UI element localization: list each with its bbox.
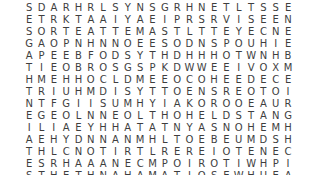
cell-r14c14[interactable]: I xyxy=(183,158,195,170)
cell-r13c7[interactable]: T xyxy=(97,146,109,158)
cell-r9c3[interactable]: F xyxy=(48,98,60,110)
cell-r10c1[interactable]: E xyxy=(23,110,35,122)
cell-r3c20[interactable]: C xyxy=(257,26,269,38)
cell-r10c7[interactable]: N xyxy=(97,110,109,122)
cell-r8c21[interactable]: O xyxy=(270,86,282,98)
cell-r1c19[interactable]: T xyxy=(245,2,257,14)
cell-r5c13[interactable]: D xyxy=(171,50,183,62)
cell-r11c4[interactable]: A xyxy=(60,122,72,134)
cell-r14c6[interactable]: A xyxy=(85,158,97,170)
cell-r1c11[interactable]: S xyxy=(146,2,158,14)
cell-r6c10[interactable]: S xyxy=(134,62,146,74)
cell-r7c3[interactable]: E xyxy=(48,74,60,86)
cell-r7c8[interactable]: L xyxy=(109,74,121,86)
cell-r5c14[interactable]: H xyxy=(183,50,195,62)
cell-r6c12[interactable]: K xyxy=(159,62,171,74)
cell-r7c19[interactable]: D xyxy=(245,74,257,86)
cell-r2c1[interactable]: E xyxy=(23,14,35,26)
cell-r4c7[interactable]: N xyxy=(97,38,109,50)
cell-r7c6[interactable]: O xyxy=(85,74,97,86)
cell-r15c9[interactable]: H xyxy=(122,170,134,175)
cell-r8c16[interactable]: S xyxy=(208,86,220,98)
cell-r9c1[interactable]: N xyxy=(23,98,35,110)
cell-r5c12[interactable]: H xyxy=(159,50,171,62)
cell-r7c4[interactable]: H xyxy=(60,74,72,86)
cell-r11c13[interactable]: N xyxy=(171,122,183,134)
cell-r11c8[interactable]: H xyxy=(109,122,121,134)
cell-r5c10[interactable]: Y xyxy=(134,50,146,62)
cell-r4c9[interactable]: O xyxy=(122,38,134,50)
cell-r12c5[interactable]: D xyxy=(72,134,84,146)
cell-r5c20[interactable]: N xyxy=(257,50,269,62)
cell-r10c5[interactable]: L xyxy=(72,110,84,122)
cell-r10c9[interactable]: O xyxy=(122,110,134,122)
cell-r4c11[interactable]: E xyxy=(146,38,158,50)
cell-r4c14[interactable]: D xyxy=(183,38,195,50)
cell-r2c18[interactable]: I xyxy=(233,14,245,26)
cell-r1c15[interactable]: N xyxy=(196,2,208,14)
cell-r5c15[interactable]: H xyxy=(196,50,208,62)
cell-r5c5[interactable]: B xyxy=(72,50,84,62)
cell-r9c18[interactable]: O xyxy=(233,98,245,110)
cell-r10c18[interactable]: S xyxy=(233,110,245,122)
cell-r14c18[interactable]: I xyxy=(233,158,245,170)
cell-r1c8[interactable]: S xyxy=(109,2,121,14)
cell-r2c3[interactable]: R xyxy=(48,14,60,26)
cell-r7c12[interactable]: E xyxy=(159,74,171,86)
cell-r10c10[interactable]: L xyxy=(134,110,146,122)
cell-r5c1[interactable]: A xyxy=(23,50,35,62)
cell-r1c17[interactable]: T xyxy=(220,2,232,14)
cell-r10c22[interactable]: G xyxy=(282,110,294,122)
cell-r11c16[interactable]: S xyxy=(208,122,220,134)
cell-r10c16[interactable]: L xyxy=(208,110,220,122)
cell-r15c6[interactable]: H xyxy=(85,170,97,175)
cell-r7c9[interactable]: D xyxy=(122,74,134,86)
cell-r7c2[interactable]: M xyxy=(35,74,47,86)
cell-r9c10[interactable]: H xyxy=(134,98,146,110)
cell-r12c9[interactable]: N xyxy=(122,134,134,146)
cell-r15c21[interactable]: E xyxy=(270,170,282,175)
cell-r5c2[interactable]: P xyxy=(35,50,47,62)
cell-r1c3[interactable]: A xyxy=(48,2,60,14)
cell-r7c18[interactable]: E xyxy=(233,74,245,86)
cell-r12c22[interactable]: H xyxy=(282,134,294,146)
cell-r15c10[interactable]: A xyxy=(134,170,146,175)
cell-r8c17[interactable]: R xyxy=(220,86,232,98)
cell-r9c14[interactable]: K xyxy=(183,98,195,110)
cell-r4c10[interactable]: E xyxy=(134,38,146,50)
cell-r4c22[interactable]: E xyxy=(282,38,294,50)
cell-r11c20[interactable]: E xyxy=(257,122,269,134)
cell-r4c16[interactable]: S xyxy=(208,38,220,50)
cell-r2c6[interactable]: A xyxy=(85,14,97,26)
cell-r15c4[interactable]: E xyxy=(60,170,72,175)
cell-r6c20[interactable]: O xyxy=(257,62,269,74)
cell-r1c12[interactable]: G xyxy=(159,2,171,14)
cell-r8c20[interactable]: T xyxy=(257,86,269,98)
cell-r2c20[interactable]: E xyxy=(257,14,269,26)
cell-r15c19[interactable]: H xyxy=(245,170,257,175)
cell-r1c4[interactable]: R xyxy=(60,2,72,14)
cell-r12c20[interactable]: D xyxy=(257,134,269,146)
cell-r5c17[interactable]: O xyxy=(220,50,232,62)
cell-r6c18[interactable]: I xyxy=(233,62,245,74)
cell-r9c6[interactable]: I xyxy=(85,98,97,110)
cell-r9c22[interactable]: R xyxy=(282,98,294,110)
cell-r7c22[interactable]: E xyxy=(282,74,294,86)
cell-r4c15[interactable]: N xyxy=(196,38,208,50)
cell-r3c1[interactable]: S xyxy=(23,26,35,38)
cell-r6c16[interactable]: E xyxy=(208,62,220,74)
cell-r7c15[interactable]: O xyxy=(196,74,208,86)
cell-r13c2[interactable]: H xyxy=(35,146,47,158)
cell-r8c9[interactable]: S xyxy=(122,86,134,98)
cell-r1c14[interactable]: H xyxy=(183,2,195,14)
cell-r6c22[interactable]: M xyxy=(282,62,294,74)
cell-r3c18[interactable]: Y xyxy=(233,26,245,38)
cell-r11c15[interactable]: A xyxy=(196,122,208,134)
cell-r14c12[interactable]: P xyxy=(159,158,171,170)
cell-r14c2[interactable]: S xyxy=(35,158,47,170)
cell-r11c10[interactable]: T xyxy=(134,122,146,134)
cell-r6c14[interactable]: W xyxy=(183,62,195,74)
cell-r15c22[interactable]: A xyxy=(282,170,294,175)
cell-r8c7[interactable]: D xyxy=(97,86,109,98)
cell-r13c9[interactable]: R xyxy=(122,146,134,158)
cell-r2c9[interactable]: Y xyxy=(122,14,134,26)
cell-r12c4[interactable]: Y xyxy=(60,134,72,146)
cell-r14c3[interactable]: R xyxy=(48,158,60,170)
cell-r13c15[interactable]: E xyxy=(196,146,208,158)
cell-r14c13[interactable]: O xyxy=(171,158,183,170)
cell-r6c2[interactable]: I xyxy=(35,62,47,74)
cell-r5c8[interactable]: D xyxy=(109,50,121,62)
cell-r3c4[interactable]: T xyxy=(60,26,72,38)
cell-r5c11[interactable]: T xyxy=(146,50,158,62)
cell-r1c10[interactable]: N xyxy=(134,2,146,14)
cell-r10c15[interactable]: E xyxy=(196,110,208,122)
cell-r2c7[interactable]: A xyxy=(97,14,109,26)
cell-r4c12[interactable]: S xyxy=(159,38,171,50)
cell-r2c17[interactable]: V xyxy=(220,14,232,26)
cell-r11c21[interactable]: M xyxy=(270,122,282,134)
cell-r3c12[interactable]: S xyxy=(159,26,171,38)
cell-r10c20[interactable]: A xyxy=(257,110,269,122)
cell-r2c12[interactable]: I xyxy=(159,14,171,26)
cell-r12c21[interactable]: S xyxy=(270,134,282,146)
cell-r2c22[interactable]: N xyxy=(282,14,294,26)
cell-r4c18[interactable]: O xyxy=(233,38,245,50)
cell-r15c12[interactable]: A xyxy=(159,170,171,175)
cell-r5c21[interactable]: H xyxy=(270,50,282,62)
cell-r13c11[interactable]: L xyxy=(146,146,158,158)
cell-r8c2[interactable]: R xyxy=(35,86,47,98)
cell-r3c17[interactable]: E xyxy=(220,26,232,38)
cell-r4c6[interactable]: H xyxy=(85,38,97,50)
cell-r10c17[interactable]: D xyxy=(220,110,232,122)
cell-r7c1[interactable]: H xyxy=(23,74,35,86)
cell-r14c17[interactable]: T xyxy=(220,158,232,170)
cell-r1c1[interactable]: S xyxy=(23,2,35,14)
cell-r15c5[interactable]: T xyxy=(72,170,84,175)
cell-r6c3[interactable]: E xyxy=(48,62,60,74)
cell-r2c5[interactable]: T xyxy=(72,14,84,26)
cell-r14c5[interactable]: A xyxy=(72,158,84,170)
cell-r13c4[interactable]: C xyxy=(60,146,72,158)
cell-r5c18[interactable]: T xyxy=(233,50,245,62)
cell-r13c5[interactable]: N xyxy=(72,146,84,158)
cell-r1c2[interactable]: D xyxy=(35,2,47,14)
cell-r2c2[interactable]: T xyxy=(35,14,47,26)
cell-r13c18[interactable]: T xyxy=(233,146,245,158)
cell-r14c19[interactable]: W xyxy=(245,158,257,170)
cell-r12c18[interactable]: U xyxy=(233,134,245,146)
cell-r14c21[interactable]: P xyxy=(270,158,282,170)
cell-r3c2[interactable]: O xyxy=(35,26,47,38)
cell-r11c19[interactable]: H xyxy=(245,122,257,134)
cell-r3c7[interactable]: T xyxy=(97,26,109,38)
cell-r7c13[interactable]: O xyxy=(171,74,183,86)
cell-r2c10[interactable]: A xyxy=(134,14,146,26)
cell-r15c14[interactable]: I xyxy=(183,170,195,175)
cell-r13c16[interactable]: I xyxy=(208,146,220,158)
cell-r6c15[interactable]: W xyxy=(196,62,208,74)
cell-r12c13[interactable]: T xyxy=(171,134,183,146)
cell-r3c13[interactable]: T xyxy=(171,26,183,38)
cell-r7c14[interactable]: C xyxy=(183,74,195,86)
cell-r15c17[interactable]: E xyxy=(220,170,232,175)
cell-r8c12[interactable]: T xyxy=(159,86,171,98)
cell-r2c14[interactable]: R xyxy=(183,14,195,26)
cell-r13c12[interactable]: R xyxy=(159,146,171,158)
cell-r3c11[interactable]: A xyxy=(146,26,158,38)
cell-r15c3[interactable]: H xyxy=(48,170,60,175)
cell-r3c22[interactable]: E xyxy=(282,26,294,38)
cell-r15c1[interactable]: S xyxy=(23,170,35,175)
cell-r13c22[interactable]: C xyxy=(282,146,294,158)
cell-r1c21[interactable]: S xyxy=(270,2,282,14)
cell-r11c7[interactable]: H xyxy=(97,122,109,134)
cell-r10c3[interactable]: E xyxy=(48,110,60,122)
cell-r11c6[interactable]: Y xyxy=(85,122,97,134)
cell-r6c19[interactable]: V xyxy=(245,62,257,74)
cell-r15c7[interactable]: N xyxy=(97,170,109,175)
cell-r9c11[interactable]: Y xyxy=(146,98,158,110)
cell-r10c6[interactable]: N xyxy=(85,110,97,122)
cell-r8c15[interactable]: N xyxy=(196,86,208,98)
cell-r4c4[interactable]: P xyxy=(60,38,72,50)
cell-r13c14[interactable]: R xyxy=(183,146,195,158)
cell-r14c4[interactable]: H xyxy=(60,158,72,170)
cell-r6c9[interactable]: G xyxy=(122,62,134,74)
cell-r15c11[interactable]: M xyxy=(146,170,158,175)
cell-r9c19[interactable]: E xyxy=(245,98,257,110)
cell-r8c18[interactable]: E xyxy=(233,86,245,98)
cell-r8c14[interactable]: E xyxy=(183,86,195,98)
cell-r10c13[interactable]: O xyxy=(171,110,183,122)
cell-r6c1[interactable]: T xyxy=(23,62,35,74)
cell-r11c14[interactable]: Y xyxy=(183,122,195,134)
cell-r10c2[interactable]: G xyxy=(35,110,47,122)
cell-r7c11[interactable]: E xyxy=(146,74,158,86)
cell-r14c22[interactable]: I xyxy=(282,158,294,170)
cell-r11c17[interactable]: N xyxy=(220,122,232,134)
cell-r14c9[interactable]: E xyxy=(122,158,134,170)
cell-r15c15[interactable]: O xyxy=(196,170,208,175)
cell-r9c5[interactable]: I xyxy=(72,98,84,110)
cell-r8c13[interactable]: O xyxy=(171,86,183,98)
cell-r6c5[interactable]: B xyxy=(72,62,84,74)
cell-r15c20[interactable]: U xyxy=(257,170,269,175)
cell-r12c3[interactable]: H xyxy=(48,134,60,146)
cell-r2c15[interactable]: S xyxy=(196,14,208,26)
cell-r8c8[interactable]: I xyxy=(109,86,121,98)
cell-r11c2[interactable]: L xyxy=(35,122,47,134)
cell-r6c8[interactable]: S xyxy=(109,62,121,74)
cell-r3c8[interactable]: T xyxy=(109,26,121,38)
cell-r8c6[interactable]: M xyxy=(85,86,97,98)
cell-r13c6[interactable]: O xyxy=(85,146,97,158)
cell-r13c13[interactable]: E xyxy=(171,146,183,158)
cell-r1c16[interactable]: E xyxy=(208,2,220,14)
cell-r15c13[interactable]: T xyxy=(171,170,183,175)
cell-r13c19[interactable]: E xyxy=(245,146,257,158)
cell-r7c16[interactable]: H xyxy=(208,74,220,86)
cell-r10c8[interactable]: E xyxy=(109,110,121,122)
cell-r9c12[interactable]: I xyxy=(159,98,171,110)
cell-r10c19[interactable]: T xyxy=(245,110,257,122)
cell-r1c6[interactable]: R xyxy=(85,2,97,14)
cell-r2c13[interactable]: P xyxy=(171,14,183,26)
cell-r9c4[interactable]: G xyxy=(60,98,72,110)
cell-r4c5[interactable]: N xyxy=(72,38,84,50)
cell-r8c11[interactable]: T xyxy=(146,86,158,98)
cell-r11c22[interactable]: H xyxy=(282,122,294,134)
cell-r11c3[interactable]: I xyxy=(48,122,60,134)
cell-r13c20[interactable]: N xyxy=(257,146,269,158)
cell-r12c7[interactable]: N xyxy=(97,134,109,146)
cell-r7c17[interactable]: E xyxy=(220,74,232,86)
cell-r3c14[interactable]: L xyxy=(183,26,195,38)
cell-r1c7[interactable]: L xyxy=(97,2,109,14)
cell-r5c19[interactable]: W xyxy=(245,50,257,62)
cell-r10c12[interactable]: H xyxy=(159,110,171,122)
cell-r4c19[interactable]: U xyxy=(245,38,257,50)
cell-r10c14[interactable]: H xyxy=(183,110,195,122)
cell-r1c20[interactable]: S xyxy=(257,2,269,14)
cell-r14c1[interactable]: E xyxy=(23,158,35,170)
cell-r12c8[interactable]: A xyxy=(109,134,121,146)
cell-r8c19[interactable]: O xyxy=(245,86,257,98)
cell-r9c16[interactable]: R xyxy=(208,98,220,110)
cell-r11c12[interactable]: T xyxy=(159,122,171,134)
cell-r6c13[interactable]: D xyxy=(171,62,183,74)
cell-r9c15[interactable]: O xyxy=(196,98,208,110)
cell-r3c21[interactable]: N xyxy=(270,26,282,38)
cell-r9c17[interactable]: O xyxy=(220,98,232,110)
cell-r7c20[interactable]: E xyxy=(257,74,269,86)
cell-r6c21[interactable]: X xyxy=(270,62,282,74)
cell-r1c18[interactable]: L xyxy=(233,2,245,14)
cell-r11c11[interactable]: A xyxy=(146,122,158,134)
cell-r12c17[interactable]: E xyxy=(220,134,232,146)
cell-r13c3[interactable]: L xyxy=(48,146,60,158)
cell-r8c4[interactable]: U xyxy=(60,86,72,98)
cell-r13c8[interactable]: I xyxy=(109,146,121,158)
cell-r15c8[interactable]: A xyxy=(109,170,121,175)
cell-r8c1[interactable]: T xyxy=(23,86,35,98)
cell-r12c6[interactable]: N xyxy=(85,134,97,146)
cell-r15c2[interactable]: T xyxy=(35,170,47,175)
cell-r10c4[interactable]: O xyxy=(60,110,72,122)
cell-r4c17[interactable]: P xyxy=(220,38,232,50)
cell-r6c11[interactable]: P xyxy=(146,62,158,74)
cell-r10c11[interactable]: T xyxy=(146,110,158,122)
cell-r4c8[interactable]: N xyxy=(109,38,121,50)
cell-r12c12[interactable]: L xyxy=(159,134,171,146)
cell-r15c16[interactable]: S xyxy=(208,170,220,175)
cell-r1c5[interactable]: H xyxy=(72,2,84,14)
cell-r6c6[interactable]: R xyxy=(85,62,97,74)
cell-r3c3[interactable]: R xyxy=(48,26,60,38)
cell-r12c2[interactable]: E xyxy=(35,134,47,146)
cell-r9c7[interactable]: S xyxy=(97,98,109,110)
cell-r9c8[interactable]: U xyxy=(109,98,121,110)
cell-r6c4[interactable]: O xyxy=(60,62,72,74)
cell-r8c10[interactable]: Y xyxy=(134,86,146,98)
cell-r7c7[interactable]: C xyxy=(97,74,109,86)
cell-r3c9[interactable]: E xyxy=(122,26,134,38)
cell-r5c7[interactable]: O xyxy=(97,50,109,62)
cell-r14c15[interactable]: R xyxy=(196,158,208,170)
cell-r12c19[interactable]: M xyxy=(245,134,257,146)
cell-r9c13[interactable]: A xyxy=(171,98,183,110)
cell-r7c10[interactable]: M xyxy=(134,74,146,86)
cell-r5c16[interactable]: H xyxy=(208,50,220,62)
cell-r3c5[interactable]: E xyxy=(72,26,84,38)
cell-r12c10[interactable]: M xyxy=(134,134,146,146)
cell-r11c1[interactable]: I xyxy=(23,122,35,134)
cell-r4c13[interactable]: O xyxy=(171,38,183,50)
cell-r7c21[interactable]: C xyxy=(270,74,282,86)
cell-r7c5[interactable]: H xyxy=(72,74,84,86)
cell-r12c14[interactable]: O xyxy=(183,134,195,146)
cell-r11c18[interactable]: O xyxy=(233,122,245,134)
cell-r12c1[interactable]: A xyxy=(23,134,35,146)
cell-r1c22[interactable]: E xyxy=(282,2,294,14)
cell-r1c9[interactable]: Y xyxy=(122,2,134,14)
cell-r3c15[interactable]: T xyxy=(196,26,208,38)
cell-r4c3[interactable]: O xyxy=(48,38,60,50)
cell-r12c16[interactable]: B xyxy=(208,134,220,146)
cell-r9c2[interactable]: T xyxy=(35,98,47,110)
cell-r14c16[interactable]: O xyxy=(208,158,220,170)
cell-r14c8[interactable]: N xyxy=(109,158,121,170)
cell-r5c6[interactable]: F xyxy=(85,50,97,62)
cell-r11c9[interactable]: A xyxy=(122,122,134,134)
cell-r12c15[interactable]: E xyxy=(196,134,208,146)
cell-r4c2[interactable]: A xyxy=(35,38,47,50)
cell-r9c20[interactable]: A xyxy=(257,98,269,110)
cell-r2c21[interactable]: E xyxy=(270,14,282,26)
cell-r5c4[interactable]: E xyxy=(60,50,72,62)
cell-r14c20[interactable]: H xyxy=(257,158,269,170)
cell-r3c10[interactable]: M xyxy=(134,26,146,38)
cell-r4c20[interactable]: H xyxy=(257,38,269,50)
cell-r14c11[interactable]: M xyxy=(146,158,158,170)
cell-r5c9[interactable]: S xyxy=(122,50,134,62)
